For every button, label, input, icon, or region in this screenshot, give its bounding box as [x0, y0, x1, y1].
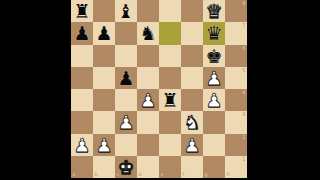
square-h2[interactable]: 2 — [225, 134, 247, 156]
square-d3[interactable] — [137, 111, 159, 133]
square-g1[interactable]: g — [203, 156, 225, 178]
square-e7[interactable] — [159, 22, 181, 44]
square-b5[interactable] — [93, 67, 115, 89]
square-f4[interactable] — [181, 89, 203, 111]
square-e1[interactable]: e — [159, 156, 181, 178]
file-label-e: e — [161, 172, 164, 177]
square-b2[interactable]: ♟ — [93, 134, 115, 156]
file-label-g: g — [205, 172, 208, 177]
square-a6[interactable] — [71, 45, 93, 67]
white-pawn-c3[interactable]: ♟ — [115, 111, 137, 133]
file-label-d: d — [139, 172, 142, 177]
square-e8[interactable] — [159, 0, 181, 22]
square-d1[interactable]: d — [137, 156, 159, 178]
square-g2[interactable] — [203, 134, 225, 156]
square-c6[interactable] — [115, 45, 137, 67]
square-e5[interactable] — [159, 67, 181, 89]
square-h8[interactable]: 8 — [225, 0, 247, 22]
rank-label-7: 7 — [242, 23, 245, 28]
square-c7[interactable] — [115, 22, 137, 44]
square-g8[interactable]: ♛ — [203, 0, 225, 22]
video-frame: ♜♝♛8♟♟♞♛7♚6♟♟5♟♜♟4♟♞3♟♟♟2abc♚defg1h — [0, 0, 320, 180]
white-pawn-g5[interactable]: ♟ — [203, 67, 225, 89]
file-label-f: f — [183, 172, 185, 177]
square-h1[interactable]: 1h — [225, 156, 247, 178]
white-pawn-f2[interactable]: ♟ — [181, 134, 203, 156]
chess-board: ♜♝♛8♟♟♞♛7♚6♟♟5♟♜♟4♟♞3♟♟♟2abc♚defg1h — [71, 0, 247, 178]
square-c5[interactable]: ♟ — [115, 67, 137, 89]
square-a4[interactable] — [71, 89, 93, 111]
square-d2[interactable] — [137, 134, 159, 156]
black-knight-d7[interactable]: ♞ — [137, 22, 159, 44]
white-pawn-b2[interactable]: ♟ — [93, 134, 115, 156]
black-queen-g7[interactable]: ♛ — [203, 22, 225, 44]
black-pawn-c5[interactable]: ♟ — [115, 67, 137, 89]
square-c8[interactable]: ♝ — [115, 0, 137, 22]
square-f2[interactable]: ♟ — [181, 134, 203, 156]
square-d5[interactable] — [137, 67, 159, 89]
square-c2[interactable] — [115, 134, 137, 156]
square-a7[interactable]: ♟ — [71, 22, 93, 44]
square-b4[interactable] — [93, 89, 115, 111]
file-label-h: h — [227, 172, 230, 177]
file-label-a: a — [73, 172, 76, 177]
square-a1[interactable]: a — [71, 156, 93, 178]
square-c1[interactable]: c♚ — [115, 156, 137, 178]
square-f1[interactable]: f — [181, 156, 203, 178]
square-g7[interactable]: ♛ — [203, 22, 225, 44]
white-pawn-d4[interactable]: ♟ — [137, 89, 159, 111]
square-e2[interactable] — [159, 134, 181, 156]
square-d7[interactable]: ♞ — [137, 22, 159, 44]
square-e3[interactable] — [159, 111, 181, 133]
black-rook-e4[interactable]: ♜ — [159, 89, 181, 111]
white-queen-g8[interactable]: ♛ — [203, 0, 225, 22]
black-rook-a8[interactable]: ♜ — [71, 0, 93, 22]
square-f6[interactable] — [181, 45, 203, 67]
rank-label-6: 6 — [242, 46, 245, 51]
square-d8[interactable] — [137, 0, 159, 22]
square-e4[interactable]: ♜ — [159, 89, 181, 111]
square-h7[interactable]: 7 — [225, 22, 247, 44]
square-a8[interactable]: ♜ — [71, 0, 93, 22]
black-pawn-a7[interactable]: ♟ — [71, 22, 93, 44]
square-h5[interactable]: 5 — [225, 67, 247, 89]
square-h3[interactable]: 3 — [225, 111, 247, 133]
rank-label-1: 1 — [242, 157, 245, 162]
square-e6[interactable] — [159, 45, 181, 67]
square-c3[interactable]: ♟ — [115, 111, 137, 133]
white-pawn-a2[interactable]: ♟ — [71, 134, 93, 156]
square-f7[interactable] — [181, 22, 203, 44]
square-g4[interactable]: ♟ — [203, 89, 225, 111]
square-g5[interactable]: ♟ — [203, 67, 225, 89]
square-g6[interactable]: ♚ — [203, 45, 225, 67]
square-c4[interactable] — [115, 89, 137, 111]
square-d6[interactable] — [137, 45, 159, 67]
letterbox-right — [247, 0, 320, 180]
square-f5[interactable] — [181, 67, 203, 89]
square-h6[interactable]: 6 — [225, 45, 247, 67]
rank-label-2: 2 — [242, 135, 245, 140]
square-b1[interactable]: b — [93, 156, 115, 178]
rank-label-5: 5 — [242, 68, 245, 73]
white-king-c1[interactable]: ♚ — [115, 156, 137, 178]
square-b6[interactable] — [93, 45, 115, 67]
square-d4[interactable]: ♟ — [137, 89, 159, 111]
rank-label-4: 4 — [242, 90, 245, 95]
square-a5[interactable] — [71, 67, 93, 89]
square-f3[interactable]: ♞ — [181, 111, 203, 133]
letterbox-left — [0, 0, 71, 180]
white-knight-f3[interactable]: ♞ — [181, 111, 203, 133]
square-h4[interactable]: 4 — [225, 89, 247, 111]
square-b3[interactable] — [93, 111, 115, 133]
square-a3[interactable] — [71, 111, 93, 133]
rank-label-3: 3 — [242, 112, 245, 117]
square-a2[interactable]: ♟ — [71, 134, 93, 156]
white-pawn-g4[interactable]: ♟ — [203, 89, 225, 111]
square-g3[interactable] — [203, 111, 225, 133]
square-f8[interactable] — [181, 0, 203, 22]
file-label-b: b — [95, 172, 98, 177]
black-bishop-c8[interactable]: ♝ — [115, 0, 137, 22]
square-b8[interactable] — [93, 0, 115, 22]
square-b7[interactable]: ♟ — [93, 22, 115, 44]
rank-label-8: 8 — [242, 1, 245, 6]
black-pawn-b7[interactable]: ♟ — [93, 22, 115, 44]
black-king-g6[interactable]: ♚ — [203, 45, 225, 67]
